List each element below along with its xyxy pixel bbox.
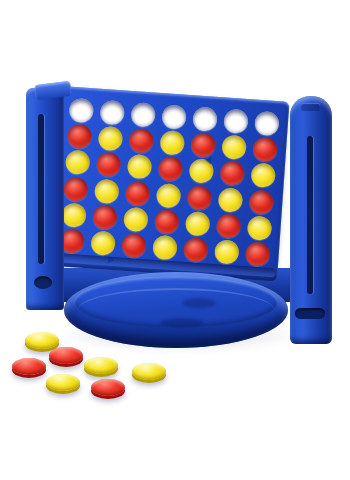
loose-disc-yellow-5[interactable] xyxy=(46,374,80,391)
embossed-logo xyxy=(160,318,204,327)
cell-r5c7[interactable] xyxy=(243,214,276,242)
cell-r6c5[interactable] xyxy=(179,236,212,264)
yellow-disc xyxy=(159,130,185,156)
loose-disc-red-2[interactable] xyxy=(49,347,83,364)
cell-r4c1[interactable] xyxy=(60,175,93,203)
cell-r2c7[interactable] xyxy=(248,135,281,163)
cell-r3c4[interactable] xyxy=(154,155,187,183)
cell-r4c7[interactable] xyxy=(245,188,278,216)
cell-r4c2[interactable] xyxy=(91,177,124,205)
left-side-support xyxy=(26,88,64,310)
connect-four-scene xyxy=(0,0,350,480)
yellow-disc xyxy=(127,154,153,180)
red-disc xyxy=(248,189,274,215)
red-disc xyxy=(183,237,209,263)
yellow-disc xyxy=(123,206,149,232)
red-disc xyxy=(216,213,242,239)
cell-r3c5[interactable] xyxy=(185,157,218,185)
cell-r2c2[interactable] xyxy=(94,125,127,153)
cell-r6c6[interactable] xyxy=(210,238,243,266)
yellow-disc xyxy=(217,187,243,213)
yellow-disc xyxy=(250,163,276,189)
empty-hole xyxy=(69,98,95,124)
yellow-disc xyxy=(65,150,91,176)
empty-hole xyxy=(223,108,249,134)
cell-r3c2[interactable] xyxy=(93,151,126,179)
base-tray xyxy=(64,272,288,348)
empty-hole xyxy=(192,106,218,132)
cell-r2c3[interactable] xyxy=(125,127,158,155)
cell-r1c2[interactable] xyxy=(96,99,129,127)
cell-r1c6[interactable] xyxy=(219,107,252,135)
empty-hole xyxy=(161,104,187,130)
yellow-disc xyxy=(98,126,124,152)
cell-r6c4[interactable] xyxy=(149,233,182,261)
red-disc xyxy=(219,161,245,187)
yellow-disc xyxy=(94,178,120,204)
red-disc xyxy=(92,204,118,230)
loose-disc-yellow-7[interactable] xyxy=(132,363,166,380)
right-side-support xyxy=(290,96,332,344)
loose-disc-yellow-4[interactable] xyxy=(84,357,118,374)
cell-r4c4[interactable] xyxy=(152,181,185,209)
red-disc xyxy=(245,241,271,267)
cell-r2c4[interactable] xyxy=(156,129,189,157)
red-disc xyxy=(158,156,184,182)
cell-r3c7[interactable] xyxy=(247,162,280,190)
red-disc xyxy=(154,209,180,235)
cell-r5c2[interactable] xyxy=(89,203,122,231)
yellow-disc xyxy=(91,230,117,256)
cell-r5c5[interactable] xyxy=(181,209,214,237)
molded-brand-stamp xyxy=(301,103,320,111)
cell-r4c3[interactable] xyxy=(122,179,155,207)
cell-r1c4[interactable] xyxy=(158,103,191,131)
cell-r4c5[interactable] xyxy=(183,183,216,211)
cell-r2c6[interactable] xyxy=(218,133,251,161)
loose-disc-yellow-1[interactable] xyxy=(25,332,59,349)
yellow-disc xyxy=(246,215,272,241)
yellow-disc xyxy=(62,202,88,228)
cell-r2c1[interactable] xyxy=(64,122,97,150)
cell-r3c3[interactable] xyxy=(123,153,156,181)
yellow-disc xyxy=(152,235,178,261)
empty-hole xyxy=(254,111,280,137)
cell-r2c5[interactable] xyxy=(187,131,220,159)
left-support-foot-hole xyxy=(34,276,52,289)
molded-arrow-icon xyxy=(205,156,212,164)
cell-r5c3[interactable] xyxy=(120,205,153,233)
cell-r6c2[interactable] xyxy=(87,229,120,257)
red-disc xyxy=(190,132,216,158)
red-disc xyxy=(129,128,155,154)
yellow-disc xyxy=(214,239,240,265)
empty-hole xyxy=(100,100,126,126)
red-disc xyxy=(121,233,147,259)
loose-disc-red-6[interactable] xyxy=(91,379,125,396)
yellow-disc xyxy=(221,135,247,161)
cell-r5c4[interactable] xyxy=(150,207,183,235)
red-disc xyxy=(252,137,278,163)
cell-r1c3[interactable] xyxy=(127,101,160,129)
left-support-slot xyxy=(38,114,44,264)
red-disc xyxy=(125,180,151,206)
cell-r6c3[interactable] xyxy=(118,231,151,259)
yellow-disc xyxy=(156,182,182,208)
empty-hole xyxy=(131,102,157,128)
red-disc xyxy=(67,124,93,150)
molded-arrow-icon xyxy=(108,256,115,264)
red-disc xyxy=(63,176,89,202)
cell-r4c6[interactable] xyxy=(214,185,247,213)
cell-r1c7[interactable] xyxy=(250,109,283,137)
right-support-slot xyxy=(307,136,313,294)
yellow-disc xyxy=(185,211,211,237)
cell-r6c7[interactable] xyxy=(241,240,274,268)
cell-r1c1[interactable] xyxy=(65,96,98,124)
cell-r5c6[interactable] xyxy=(212,212,245,240)
red-disc xyxy=(187,185,213,211)
disc-grid xyxy=(56,96,282,268)
cell-r1c5[interactable] xyxy=(189,105,222,133)
right-support-foot-notch xyxy=(295,308,325,319)
cell-r3c6[interactable] xyxy=(216,159,249,187)
board-panel xyxy=(49,86,289,281)
red-disc xyxy=(96,152,122,178)
loose-disc-red-3[interactable] xyxy=(12,358,46,375)
embossed-logo xyxy=(182,298,216,308)
cell-r3c1[interactable] xyxy=(62,149,95,177)
